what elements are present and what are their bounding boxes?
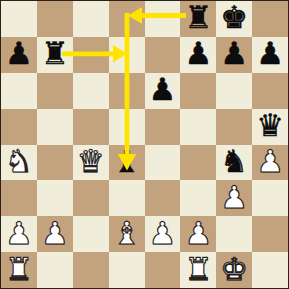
- white-pawn-e2[interactable]: ♟: [149, 216, 177, 250]
- black-pawn-f7[interactable]: ♟: [184, 37, 212, 71]
- chess-board: ♜♚♟♜♟♟♟♟♛♞♛♝♞♟♟♟♟♝♟♟♜♜♚: [1, 1, 288, 288]
- square-c3[interactable]: [73, 180, 109, 216]
- black-knight-g4[interactable]: ♞: [220, 145, 248, 179]
- square-g4[interactable]: ♞: [216, 145, 252, 181]
- square-c1[interactable]: [73, 252, 109, 288]
- square-a2[interactable]: ♟: [1, 216, 37, 252]
- black-pawn-h7[interactable]: ♟: [256, 37, 284, 71]
- square-d3[interactable]: [109, 180, 145, 216]
- square-e4[interactable]: [145, 145, 181, 181]
- square-h8[interactable]: [252, 1, 288, 37]
- square-b2[interactable]: ♟: [37, 216, 73, 252]
- black-pawn-e6[interactable]: ♟: [149, 73, 177, 107]
- black-king-g8[interactable]: ♚: [220, 1, 248, 35]
- white-king-g1[interactable]: ♚: [220, 252, 248, 286]
- square-a7[interactable]: ♟: [1, 37, 37, 73]
- square-h1[interactable]: [252, 252, 288, 288]
- square-d4[interactable]: ♝: [109, 145, 145, 181]
- white-bishop-d2[interactable]: ♝: [113, 216, 141, 250]
- square-a8[interactable]: [1, 1, 37, 37]
- square-g5[interactable]: [216, 109, 252, 145]
- square-b1[interactable]: [37, 252, 73, 288]
- square-f7[interactable]: ♟: [180, 37, 216, 73]
- square-d5[interactable]: [109, 109, 145, 145]
- black-pawn-g7[interactable]: ♟: [220, 37, 248, 71]
- square-f2[interactable]: ♟: [180, 216, 216, 252]
- square-a1[interactable]: ♜: [1, 252, 37, 288]
- square-b3[interactable]: [37, 180, 73, 216]
- square-h2[interactable]: [252, 216, 288, 252]
- square-d7[interactable]: [109, 37, 145, 73]
- white-queen-c4[interactable]: ♛: [77, 145, 105, 179]
- square-c8[interactable]: [73, 1, 109, 37]
- square-c6[interactable]: [73, 73, 109, 109]
- square-a4[interactable]: ♞: [1, 145, 37, 181]
- square-h7[interactable]: ♟: [252, 37, 288, 73]
- square-a5[interactable]: [1, 109, 37, 145]
- white-pawn-h4[interactable]: ♟: [256, 145, 284, 179]
- square-d1[interactable]: [109, 252, 145, 288]
- square-g3[interactable]: ♟: [216, 180, 252, 216]
- square-f4[interactable]: [180, 145, 216, 181]
- square-c2[interactable]: [73, 216, 109, 252]
- white-knight-a4[interactable]: ♞: [5, 145, 33, 179]
- square-f8[interactable]: ♜: [180, 1, 216, 37]
- square-f5[interactable]: [180, 109, 216, 145]
- square-d6[interactable]: [109, 73, 145, 109]
- square-e3[interactable]: [145, 180, 181, 216]
- white-rook-a1[interactable]: ♜: [5, 252, 33, 286]
- black-bishop-d4[interactable]: ♝: [113, 145, 141, 179]
- square-a3[interactable]: [1, 180, 37, 216]
- white-pawn-f2[interactable]: ♟: [184, 216, 212, 250]
- square-b7[interactable]: ♜: [37, 37, 73, 73]
- square-h4[interactable]: ♟: [252, 145, 288, 181]
- square-f1[interactable]: ♜: [180, 252, 216, 288]
- square-f3[interactable]: [180, 180, 216, 216]
- square-b8[interactable]: [37, 1, 73, 37]
- white-pawn-b2[interactable]: ♟: [41, 216, 69, 250]
- square-g2[interactable]: [216, 216, 252, 252]
- square-c7[interactable]: [73, 37, 109, 73]
- white-rook-f1[interactable]: ♜: [184, 252, 212, 286]
- square-g1[interactable]: ♚: [216, 252, 252, 288]
- square-d2[interactable]: ♝: [109, 216, 145, 252]
- square-g6[interactable]: [216, 73, 252, 109]
- black-pawn-a7[interactable]: ♟: [5, 37, 33, 71]
- square-b6[interactable]: [37, 73, 73, 109]
- square-f6[interactable]: [180, 73, 216, 109]
- square-g7[interactable]: ♟: [216, 37, 252, 73]
- black-rook-b7[interactable]: ♜: [41, 37, 69, 71]
- square-e5[interactable]: [145, 109, 181, 145]
- black-rook-f8[interactable]: ♜: [184, 1, 212, 35]
- square-e8[interactable]: [145, 1, 181, 37]
- square-e1[interactable]: [145, 252, 181, 288]
- white-pawn-g3[interactable]: ♟: [220, 180, 248, 214]
- square-d8[interactable]: [109, 1, 145, 37]
- square-b4[interactable]: [37, 145, 73, 181]
- square-e7[interactable]: [145, 37, 181, 73]
- black-queen-h5[interactable]: ♛: [256, 109, 284, 143]
- square-h3[interactable]: [252, 180, 288, 216]
- chess-board-frame: ♜♚♟♜♟♟♟♟♛♞♛♝♞♟♟♟♟♝♟♟♜♜♚: [0, 0, 289, 289]
- square-a6[interactable]: [1, 73, 37, 109]
- square-h6[interactable]: [252, 73, 288, 109]
- square-b5[interactable]: [37, 109, 73, 145]
- white-pawn-a2[interactable]: ♟: [5, 216, 33, 250]
- square-g8[interactable]: ♚: [216, 1, 252, 37]
- square-e6[interactable]: ♟: [145, 73, 181, 109]
- square-c5[interactable]: [73, 109, 109, 145]
- square-h5[interactable]: ♛: [252, 109, 288, 145]
- square-e2[interactable]: ♟: [145, 216, 181, 252]
- square-c4[interactable]: ♛: [73, 145, 109, 181]
